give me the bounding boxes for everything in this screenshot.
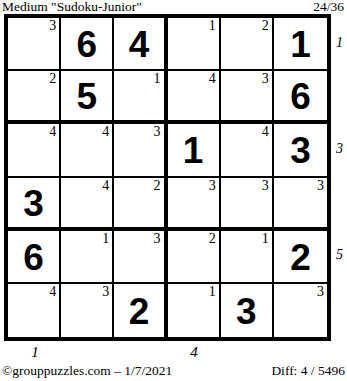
given-digit: 4 — [129, 26, 150, 63]
cell-r5c2[interactable]: 1 — [61, 231, 114, 284]
cell-r2c1[interactable]: 2 — [8, 71, 61, 124]
cell-r4c4[interactable]: 3 — [168, 178, 221, 231]
pencil-mark: 3 — [209, 178, 216, 193]
pencil-mark: 4 — [49, 124, 56, 139]
given-digit: 3 — [236, 293, 257, 330]
cell-r5c3[interactable]: 3 — [114, 231, 167, 284]
cell-r2c6[interactable]: 6 — [274, 71, 327, 124]
pencil-mark: 4 — [49, 284, 56, 299]
given-digit: 2 — [290, 239, 311, 276]
cell-r5c5[interactable]: 1 — [221, 231, 274, 284]
pencil-mark: 2 — [154, 178, 161, 193]
cell-r6c4[interactable]: 1 — [168, 284, 221, 337]
pencil-mark: 1 — [209, 284, 216, 299]
row-marker-3: 3 — [336, 141, 346, 156]
cell-r3c4[interactable]: 1 — [168, 124, 221, 177]
pencil-mark: 2 — [209, 231, 216, 246]
given-digit: 1 — [290, 26, 311, 63]
col-marker-1: 1 — [29, 344, 41, 360]
cell-r1c2[interactable]: 6 — [61, 18, 114, 71]
pencil-mark: 3 — [154, 124, 161, 139]
pencil-mark: 1 — [209, 18, 216, 33]
progress-counter: 24/36 — [313, 0, 344, 14]
cell-r2c2[interactable]: 5 — [61, 71, 114, 124]
cell-r4c1[interactable]: 3 — [8, 178, 61, 231]
pencil-mark: 3 — [49, 18, 56, 33]
pencil-mark: 3 — [317, 178, 324, 193]
cell-r6c5[interactable]: 3 — [221, 284, 274, 337]
cell-r1c6[interactable]: 1 — [274, 18, 327, 71]
header: Medium "Sudoku-Junior" 24/36 — [2, 0, 344, 14]
given-digit: 2 — [129, 293, 150, 330]
cell-r2c4[interactable]: 4 — [168, 71, 221, 124]
pencil-mark: 4 — [102, 178, 109, 193]
cell-r3c1[interactable]: 4 — [8, 124, 61, 177]
given-digit: 6 — [23, 239, 44, 276]
cell-r6c3[interactable]: 2 — [114, 284, 167, 337]
cell-r5c1[interactable]: 6 — [8, 231, 61, 284]
cell-r6c2[interactable]: 3 — [61, 284, 114, 337]
cell-r5c6[interactable]: 2 — [274, 231, 327, 284]
cell-r4c5[interactable]: 3 — [221, 178, 274, 231]
given-digit: 5 — [76, 78, 97, 115]
pencil-mark: 3 — [317, 284, 324, 299]
given-digit: 3 — [23, 185, 44, 222]
pencil-mark: 1 — [262, 231, 269, 246]
pencil-mark: 4 — [209, 71, 216, 86]
cell-r6c1[interactable]: 4 — [8, 284, 61, 337]
row-marker-1: 1 — [336, 35, 346, 50]
cell-r5c4[interactable]: 2 — [168, 231, 221, 284]
pencil-mark: 3 — [102, 284, 109, 299]
given-digit: 6 — [290, 78, 311, 115]
cell-r1c1[interactable]: 3 — [8, 18, 61, 71]
cell-r2c3[interactable]: 1 — [114, 71, 167, 124]
pencil-mark: 3 — [262, 71, 269, 86]
cell-r1c3[interactable]: 4 — [114, 18, 167, 71]
pencil-mark: 3 — [262, 178, 269, 193]
cell-r6c6[interactable]: 3 — [274, 284, 327, 337]
pencil-mark: 2 — [262, 18, 269, 33]
pencil-mark: 4 — [102, 124, 109, 139]
sudoku-board: 364121251436443143342333613212432133 — [4, 14, 331, 341]
col-marker-4: 4 — [188, 344, 200, 360]
cell-r4c6[interactable]: 3 — [274, 178, 327, 231]
given-digit: 1 — [183, 132, 204, 169]
pencil-mark: 2 — [49, 71, 56, 86]
cell-r4c3[interactable]: 2 — [114, 178, 167, 231]
pencil-mark: 3 — [154, 231, 161, 246]
given-digit: 3 — [290, 132, 311, 169]
difficulty-text: Diff: 4 / 5496 — [271, 363, 345, 378]
pencil-mark: 1 — [102, 231, 109, 246]
page-title: Medium "Sudoku-Junior" — [2, 0, 142, 14]
cell-r3c2[interactable]: 4 — [61, 124, 114, 177]
cell-r2c5[interactable]: 3 — [221, 71, 274, 124]
cell-r1c4[interactable]: 1 — [168, 18, 221, 71]
cell-r3c5[interactable]: 4 — [221, 124, 274, 177]
given-digit: 6 — [76, 26, 97, 63]
copyright-text: ©grouppuzzles.com – 1/7/2021 — [2, 363, 172, 378]
cell-r4c2[interactable]: 4 — [61, 178, 114, 231]
footer: ©grouppuzzles.com – 1/7/2021 Diff: 4 / 5… — [2, 363, 345, 378]
cell-r3c6[interactable]: 3 — [274, 124, 327, 177]
cell-r1c5[interactable]: 2 — [221, 18, 274, 71]
pencil-mark: 4 — [262, 124, 269, 139]
cell-r3c3[interactable]: 3 — [114, 124, 167, 177]
row-marker-5: 5 — [336, 247, 346, 262]
pencil-mark: 1 — [154, 71, 161, 86]
